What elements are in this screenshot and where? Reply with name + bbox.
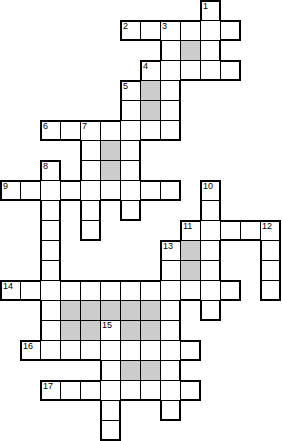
- grid-cell[interactable]: [160, 280, 180, 300]
- shaded-cell[interactable]: [60, 300, 80, 320]
- grid-cell[interactable]: 2: [120, 20, 140, 41]
- grid-cell[interactable]: [200, 240, 221, 260]
- grid-cell[interactable]: 5: [120, 80, 140, 100]
- grid-cell[interactable]: [60, 280, 80, 300]
- grid-cell[interactable]: [140, 380, 160, 401]
- grid-cell[interactable]: [260, 260, 281, 280]
- grid-cell[interactable]: 11: [180, 220, 200, 240]
- grid-cell[interactable]: [260, 280, 281, 301]
- grid-cell[interactable]: [120, 380, 140, 401]
- grid-cell[interactable]: [140, 20, 160, 41]
- grid-cell[interactable]: [100, 400, 121, 420]
- grid-cell[interactable]: [120, 140, 141, 160]
- grid-cell[interactable]: [40, 220, 61, 240]
- grid-cell[interactable]: 10: [200, 180, 221, 200]
- grid-cell[interactable]: [220, 280, 241, 301]
- grid-cell[interactable]: 16: [20, 340, 40, 361]
- grid-cell[interactable]: 4: [140, 60, 160, 80]
- grid-cell[interactable]: [100, 280, 120, 300]
- clue-number: 16: [23, 342, 33, 351]
- grid-cell[interactable]: [20, 280, 40, 301]
- clue-number: 3: [162, 22, 167, 31]
- grid-cell[interactable]: [160, 120, 181, 141]
- grid-cell[interactable]: [160, 60, 180, 80]
- clue-number: 10: [203, 182, 213, 191]
- grid-cell[interactable]: [60, 380, 80, 401]
- grid-cell[interactable]: [80, 220, 101, 241]
- grid-cell[interactable]: [180, 380, 201, 401]
- grid-cell[interactable]: [40, 320, 60, 340]
- shaded-cell[interactable]: [140, 360, 160, 380]
- shaded-cell[interactable]: [140, 300, 160, 320]
- grid-cell[interactable]: [40, 180, 60, 200]
- grid-cell[interactable]: [100, 420, 121, 441]
- grid-cell[interactable]: [160, 100, 181, 120]
- grid-cell[interactable]: [100, 180, 120, 201]
- grid-cell[interactable]: [200, 280, 220, 300]
- grid-cell[interactable]: 13: [160, 240, 180, 260]
- shaded-cell[interactable]: [100, 140, 120, 160]
- grid-cell[interactable]: [80, 380, 100, 401]
- grid-cell[interactable]: [60, 340, 80, 361]
- grid-cell[interactable]: [200, 40, 221, 60]
- clue-number: 6: [43, 122, 48, 131]
- clue-number: 12: [262, 222, 272, 231]
- grid-cell[interactable]: 17: [40, 380, 60, 401]
- shaded-cell[interactable]: [100, 300, 120, 320]
- grid-cell[interactable]: [160, 340, 180, 360]
- grid-cell[interactable]: [120, 200, 141, 221]
- grid-cell[interactable]: [180, 20, 200, 40]
- grid-cell[interactable]: [140, 280, 160, 300]
- grid-cell[interactable]: [60, 120, 80, 141]
- grid-cell[interactable]: [200, 260, 221, 280]
- grid-cell[interactable]: [160, 40, 180, 60]
- shaded-cell[interactable]: [180, 40, 200, 60]
- grid-cell[interactable]: [120, 180, 140, 200]
- grid-cell[interactable]: [160, 300, 181, 320]
- grid-cell[interactable]: 15: [100, 320, 120, 340]
- grid-cell[interactable]: [100, 120, 120, 140]
- clue-number: 5: [123, 82, 128, 91]
- grid-cell[interactable]: [220, 60, 241, 81]
- grid-cell[interactable]: [120, 160, 141, 180]
- clue-number: 15: [102, 321, 112, 330]
- shaded-cell[interactable]: [180, 240, 200, 260]
- shaded-cell[interactable]: [120, 320, 140, 340]
- grid-cell[interactable]: 3: [160, 20, 180, 40]
- clue-number: 2: [123, 22, 128, 31]
- grid-cell[interactable]: [160, 360, 181, 380]
- grid-cell[interactable]: [120, 280, 140, 300]
- grid-cell[interactable]: 1: [200, 0, 221, 20]
- grid-cell[interactable]: [80, 280, 100, 300]
- grid-cell[interactable]: [200, 200, 221, 220]
- shaded-cell[interactable]: [100, 160, 120, 180]
- grid-cell[interactable]: [180, 60, 200, 81]
- grid-cell[interactable]: [80, 140, 100, 160]
- grid-cell[interactable]: [160, 320, 181, 340]
- shaded-cell[interactable]: [180, 260, 200, 280]
- grid-cell[interactable]: [40, 260, 61, 280]
- grid-cell[interactable]: [40, 340, 60, 361]
- grid-cell[interactable]: [20, 180, 40, 201]
- shaded-cell[interactable]: [140, 320, 160, 340]
- clue-number: 4: [143, 62, 148, 71]
- grid-cell[interactable]: 9: [0, 180, 20, 201]
- clue-number: 11: [183, 222, 192, 231]
- clue-number: 1: [203, 2, 208, 11]
- grid-cell[interactable]: [100, 380, 120, 400]
- grid-cell[interactable]: [100, 340, 120, 360]
- crossword-grid: 1234567891011121314151617: [0, 0, 282, 441]
- grid-cell[interactable]: [120, 120, 140, 140]
- grid-cell[interactable]: [180, 280, 200, 301]
- grid-cell[interactable]: [40, 200, 61, 220]
- grid-cell[interactable]: [80, 200, 101, 220]
- grid-cell[interactable]: [80, 340, 100, 361]
- clue-number: 9: [3, 182, 8, 191]
- grid-cell[interactable]: 8: [40, 160, 61, 180]
- grid-cell[interactable]: [40, 280, 60, 300]
- clue-number: 13: [163, 242, 173, 251]
- shaded-cell[interactable]: [60, 320, 80, 340]
- grid-cell[interactable]: [160, 380, 180, 400]
- shaded-cell[interactable]: [80, 300, 100, 320]
- grid-cell[interactable]: [200, 60, 220, 81]
- grid-cell[interactable]: [120, 100, 140, 120]
- grid-cell[interactable]: [140, 340, 160, 360]
- grid-cell[interactable]: [100, 360, 120, 380]
- grid-cell[interactable]: [140, 120, 160, 141]
- grid-cell[interactable]: [220, 220, 240, 241]
- grid-cell[interactable]: [220, 20, 241, 41]
- grid-cell[interactable]: [40, 240, 61, 260]
- grid-cell[interactable]: [200, 300, 221, 321]
- shaded-cell[interactable]: [120, 300, 140, 320]
- grid-cell[interactable]: [240, 220, 260, 241]
- grid-cell[interactable]: [200, 220, 220, 240]
- clue-number: 7: [82, 122, 87, 131]
- grid-cell[interactable]: [160, 260, 180, 280]
- grid-cell[interactable]: [80, 160, 100, 180]
- grid-cell[interactable]: [60, 180, 80, 201]
- grid-cell[interactable]: [160, 180, 181, 201]
- grid-cell[interactable]: [200, 20, 220, 40]
- grid-cell[interactable]: [160, 80, 181, 100]
- grid-cell[interactable]: [120, 340, 140, 360]
- clue-number: 8: [43, 162, 48, 171]
- grid-cell[interactable]: 6: [40, 120, 60, 141]
- clue-number: 17: [43, 382, 53, 391]
- grid-cell[interactable]: 7: [80, 120, 100, 140]
- grid-cell[interactable]: 14: [0, 280, 20, 301]
- grid-cell[interactable]: [80, 180, 100, 200]
- clue-number: 14: [3, 282, 13, 291]
- shaded-cell[interactable]: [140, 80, 160, 100]
- shaded-cell[interactable]: [80, 320, 100, 340]
- shaded-cell[interactable]: [140, 100, 160, 120]
- grid-cell[interactable]: [40, 300, 60, 320]
- shaded-cell[interactable]: [120, 360, 140, 380]
- grid-cell[interactable]: [180, 340, 201, 361]
- grid-cell[interactable]: 12: [260, 220, 281, 240]
- grid-cell[interactable]: [260, 240, 281, 260]
- grid-cell[interactable]: [160, 400, 181, 421]
- grid-cell[interactable]: [140, 180, 160, 201]
